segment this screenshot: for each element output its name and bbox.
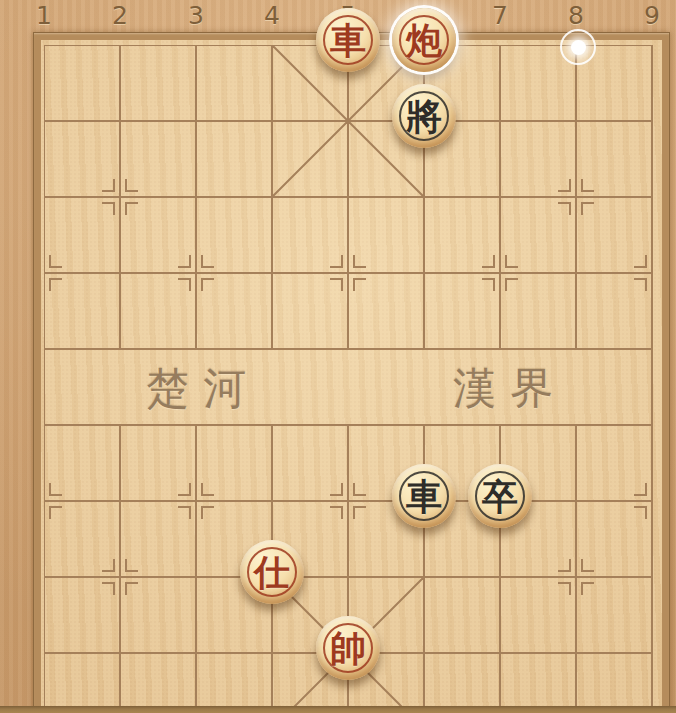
piece-glyph: 將 xyxy=(406,98,442,134)
file-label: 2 xyxy=(82,1,158,31)
file-label: 3 xyxy=(158,1,234,31)
piece-black-將[interactable]: 將 xyxy=(392,84,456,148)
river-label-right: 漢界 xyxy=(453,360,567,418)
piece-red-炮[interactable]: 炮 xyxy=(392,8,456,72)
piece-red-車[interactable]: 車 xyxy=(316,8,380,72)
last-move-from-marker xyxy=(560,29,596,65)
piece-glyph: 仕 xyxy=(254,554,290,590)
piece-glyph: 炮 xyxy=(406,22,442,58)
piece-glyph: 車 xyxy=(330,22,366,58)
piece-black-卒[interactable]: 卒 xyxy=(468,464,532,528)
piece-red-帥[interactable]: 帥 xyxy=(316,616,380,680)
file-label: 9 xyxy=(614,1,676,31)
file-label: 1 xyxy=(6,1,82,31)
file-label: 7 xyxy=(462,1,538,31)
piece-glyph: 車 xyxy=(406,478,442,514)
file-label: 8 xyxy=(538,1,614,31)
piece-glyph: 帥 xyxy=(330,630,366,666)
piece-glyph: 卒 xyxy=(482,478,518,514)
xiangqi-app-screen: 123456789 楚河 漢界 車炮將車卒仕帥 xyxy=(0,0,676,713)
piece-black-車[interactable]: 車 xyxy=(392,464,456,528)
last-move-from-dot xyxy=(571,40,586,55)
board-bottom-edge xyxy=(0,706,676,713)
river-label-left: 楚河 xyxy=(146,360,260,418)
piece-red-仕[interactable]: 仕 xyxy=(240,540,304,604)
file-label: 4 xyxy=(234,1,310,31)
